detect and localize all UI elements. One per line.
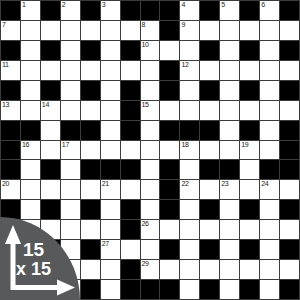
- white-cell[interactable]: [200, 260, 219, 279]
- white-cell[interactable]: [220, 280, 239, 299]
- white-cell[interactable]: [240, 101, 259, 120]
- black-cell: [280, 81, 299, 100]
- black-cell: [1, 121, 20, 140]
- white-cell[interactable]: [200, 61, 219, 80]
- white-cell[interactable]: 8: [141, 21, 160, 40]
- white-cell[interactable]: [240, 160, 259, 179]
- white-cell[interactable]: [260, 280, 279, 299]
- white-cell[interactable]: [81, 220, 100, 239]
- white-cell[interactable]: 24: [260, 180, 279, 199]
- black-cell: [160, 121, 179, 140]
- white-cell[interactable]: [260, 81, 279, 100]
- white-cell[interactable]: [101, 101, 120, 120]
- black-cell: [240, 280, 259, 299]
- black-cell: [220, 160, 239, 179]
- black-cell: [160, 280, 179, 299]
- black-cell: [200, 280, 219, 299]
- black-cell: [240, 41, 259, 60]
- black-cell: [280, 141, 299, 160]
- white-cell[interactable]: [260, 141, 279, 160]
- black-cell: [280, 200, 299, 219]
- black-cell: [160, 160, 179, 179]
- black-cell: [41, 1, 60, 20]
- black-cell: [200, 81, 219, 100]
- white-cell[interactable]: [101, 81, 120, 100]
- clue-number: 1: [22, 1, 26, 9]
- white-cell[interactable]: [101, 260, 120, 279]
- black-cell: [200, 200, 219, 219]
- black-cell: [1, 1, 20, 20]
- black-cell: [200, 121, 219, 140]
- white-cell[interactable]: 26: [141, 220, 160, 239]
- white-cell[interactable]: [41, 61, 60, 80]
- black-cell: [160, 240, 179, 259]
- white-cell[interactable]: [260, 41, 279, 60]
- clue-number: 17: [62, 141, 69, 149]
- white-cell[interactable]: 17: [61, 141, 80, 160]
- black-cell: [121, 220, 140, 239]
- black-cell: [41, 160, 60, 179]
- white-cell[interactable]: 4: [180, 1, 199, 20]
- black-cell: [121, 160, 140, 179]
- white-cell[interactable]: [180, 200, 199, 219]
- white-cell[interactable]: [180, 280, 199, 299]
- white-cell[interactable]: [180, 41, 199, 60]
- black-cell: [41, 81, 60, 100]
- black-cell: [121, 280, 140, 299]
- black-cell: [160, 21, 179, 40]
- clue-number: 22: [181, 180, 188, 188]
- white-cell[interactable]: 23: [220, 180, 239, 199]
- clue-number: 27: [102, 240, 109, 248]
- black-cell: [101, 160, 120, 179]
- white-cell[interactable]: [160, 41, 179, 60]
- black-cell: [180, 121, 199, 140]
- white-cell[interactable]: [220, 260, 239, 279]
- white-cell[interactable]: [81, 21, 100, 40]
- white-cell[interactable]: [61, 180, 80, 199]
- clue-number: 9: [181, 21, 185, 29]
- white-cell[interactable]: 16: [21, 141, 40, 160]
- white-cell[interactable]: [220, 21, 239, 40]
- white-cell[interactable]: [101, 220, 120, 239]
- black-cell: [280, 121, 299, 140]
- clue-number: 16: [22, 141, 29, 149]
- black-cell: [160, 180, 179, 199]
- white-cell[interactable]: 19: [240, 141, 259, 160]
- white-cell[interactable]: [220, 81, 239, 100]
- white-cell[interactable]: [41, 121, 60, 140]
- white-cell[interactable]: 21: [101, 180, 120, 199]
- clue-number: 14: [42, 101, 49, 109]
- white-cell[interactable]: [141, 141, 160, 160]
- white-cell[interactable]: [280, 101, 299, 120]
- black-cell: [81, 121, 100, 140]
- black-cell: [121, 101, 140, 120]
- black-cell: [280, 280, 299, 299]
- black-cell: [81, 41, 100, 60]
- white-cell[interactable]: 13: [1, 101, 20, 120]
- black-cell: [240, 240, 259, 259]
- white-cell[interactable]: [41, 21, 60, 40]
- black-cell: [81, 160, 100, 179]
- white-cell[interactable]: [101, 141, 120, 160]
- white-cell[interactable]: [61, 61, 80, 80]
- white-cell[interactable]: 6: [260, 1, 279, 20]
- black-cell: [121, 81, 140, 100]
- white-cell[interactable]: [220, 240, 239, 259]
- black-cell: [200, 240, 219, 259]
- white-cell[interactable]: [240, 220, 259, 239]
- white-cell[interactable]: [21, 180, 40, 199]
- white-cell[interactable]: [121, 141, 140, 160]
- black-cell: [280, 240, 299, 259]
- white-cell[interactable]: 1: [21, 1, 40, 20]
- white-cell[interactable]: [101, 280, 120, 299]
- white-cell[interactable]: [41, 180, 60, 199]
- white-cell[interactable]: [101, 200, 120, 219]
- black-cell: [160, 61, 179, 80]
- black-cell: [1, 41, 20, 60]
- white-cell[interactable]: [61, 101, 80, 120]
- clue-number: 11: [2, 61, 9, 69]
- white-cell[interactable]: [21, 81, 40, 100]
- white-cell[interactable]: 3: [101, 1, 120, 20]
- white-cell[interactable]: 29: [141, 260, 160, 279]
- badge-size-line2: x 15: [16, 259, 51, 280]
- white-cell[interactable]: 7: [1, 21, 20, 40]
- white-cell[interactable]: [141, 81, 160, 100]
- white-cell[interactable]: [220, 121, 239, 140]
- white-cell[interactable]: [180, 160, 199, 179]
- black-cell: [41, 41, 60, 60]
- up-arrow-icon: [5, 225, 21, 244]
- white-cell[interactable]: [240, 61, 259, 80]
- black-cell: [81, 280, 100, 299]
- white-cell[interactable]: [101, 41, 120, 60]
- white-cell[interactable]: [121, 240, 140, 259]
- clue-number: 6: [261, 1, 265, 9]
- white-cell[interactable]: 15: [141, 101, 160, 120]
- black-cell: [81, 81, 100, 100]
- white-cell[interactable]: 2: [61, 1, 80, 20]
- white-cell[interactable]: 9: [180, 21, 199, 40]
- white-cell[interactable]: [200, 220, 219, 239]
- size-badge: 15 x 15: [0, 217, 80, 300]
- black-cell: [121, 260, 140, 279]
- white-cell[interactable]: [240, 260, 259, 279]
- black-cell: [81, 240, 100, 259]
- white-cell[interactable]: 22: [180, 180, 199, 199]
- black-cell: [21, 121, 40, 140]
- white-cell[interactable]: [280, 61, 299, 80]
- white-cell[interactable]: [260, 240, 279, 259]
- white-cell[interactable]: [260, 121, 279, 140]
- white-cell[interactable]: [101, 21, 120, 40]
- clue-number: 5: [221, 1, 225, 9]
- white-cell[interactable]: [141, 180, 160, 199]
- white-cell[interactable]: [160, 101, 179, 120]
- black-cell: [81, 200, 100, 219]
- black-cell: [240, 200, 259, 219]
- white-cell[interactable]: [61, 41, 80, 60]
- black-cell: [160, 200, 179, 219]
- white-cell[interactable]: [260, 101, 279, 120]
- black-cell: [1, 81, 20, 100]
- white-cell[interactable]: [81, 101, 100, 120]
- white-cell[interactable]: [180, 220, 199, 239]
- white-cell[interactable]: [240, 180, 259, 199]
- black-cell: [160, 81, 179, 100]
- badge-size-line1: 15: [23, 239, 44, 261]
- white-cell[interactable]: [61, 160, 80, 179]
- clue-number: 29: [142, 260, 149, 268]
- black-cell: [200, 41, 219, 60]
- white-cell[interactable]: [81, 141, 100, 160]
- white-cell[interactable]: [160, 141, 179, 160]
- white-cell[interactable]: [280, 260, 299, 279]
- black-cell: [1, 141, 20, 160]
- white-cell[interactable]: 11: [1, 61, 20, 80]
- white-cell[interactable]: [180, 240, 199, 259]
- black-cell: [121, 121, 140, 140]
- white-cell[interactable]: [220, 61, 239, 80]
- clue-number: 19: [241, 141, 248, 149]
- white-cell[interactable]: [280, 180, 299, 199]
- clue-number: 12: [181, 61, 188, 69]
- black-cell: [141, 1, 160, 20]
- clue-number: 3: [102, 1, 106, 9]
- black-cell: [121, 41, 140, 60]
- clue-number: 23: [221, 180, 228, 188]
- black-cell: [121, 1, 140, 20]
- black-cell: [121, 200, 140, 219]
- white-cell[interactable]: [220, 220, 239, 239]
- white-cell[interactable]: [21, 21, 40, 40]
- white-cell[interactable]: [41, 141, 60, 160]
- white-cell[interactable]: 5: [220, 1, 239, 20]
- white-cell[interactable]: [101, 61, 120, 80]
- white-cell[interactable]: 18: [180, 141, 199, 160]
- clue-number: 20: [2, 180, 9, 188]
- white-cell[interactable]: 27: [101, 240, 120, 259]
- white-cell[interactable]: [61, 81, 80, 100]
- white-cell[interactable]: [260, 21, 279, 40]
- white-cell[interactable]: [61, 21, 80, 40]
- white-cell[interactable]: [121, 61, 140, 80]
- clue-number: 2: [62, 1, 66, 9]
- white-cell[interactable]: [141, 200, 160, 219]
- white-cell[interactable]: [81, 61, 100, 80]
- clue-number: 24: [261, 180, 268, 188]
- white-cell[interactable]: [121, 21, 140, 40]
- black-cell: [240, 81, 259, 100]
- white-cell[interactable]: 10: [141, 41, 160, 60]
- white-cell[interactable]: [141, 240, 160, 259]
- white-cell[interactable]: [180, 101, 199, 120]
- clue-number: 26: [142, 220, 149, 228]
- black-cell: [280, 160, 299, 179]
- black-cell: [141, 280, 160, 299]
- clue-number: 18: [181, 141, 188, 149]
- white-cell[interactable]: [21, 101, 40, 120]
- white-cell[interactable]: [220, 141, 239, 160]
- white-cell[interactable]: [180, 260, 199, 279]
- white-cell[interactable]: [260, 260, 279, 279]
- white-cell[interactable]: [280, 21, 299, 40]
- white-cell[interactable]: [81, 180, 100, 199]
- white-cell[interactable]: [220, 101, 239, 120]
- black-cell: [260, 160, 279, 179]
- clue-number: 8: [142, 21, 146, 29]
- black-cell: [160, 1, 179, 20]
- white-cell[interactable]: [240, 21, 259, 40]
- white-cell[interactable]: [21, 160, 40, 179]
- white-cell[interactable]: [220, 41, 239, 60]
- white-cell[interactable]: [280, 220, 299, 239]
- black-cell: [81, 1, 100, 20]
- clue-number: 13: [2, 101, 9, 109]
- white-cell[interactable]: [200, 21, 219, 40]
- black-cell: [200, 160, 219, 179]
- white-cell[interactable]: [81, 260, 100, 279]
- clue-number: 21: [102, 180, 109, 188]
- white-cell[interactable]: [121, 180, 140, 199]
- white-cell[interactable]: [200, 180, 219, 199]
- white-cell[interactable]: [21, 41, 40, 60]
- white-cell[interactable]: [260, 200, 279, 219]
- white-cell[interactable]: [101, 121, 120, 140]
- clue-number: 15: [142, 101, 149, 109]
- black-cell: [280, 1, 299, 20]
- black-cell: [240, 1, 259, 20]
- white-cell[interactable]: [220, 200, 239, 219]
- white-cell[interactable]: 20: [1, 180, 20, 199]
- clue-number: 4: [181, 1, 185, 9]
- white-cell[interactable]: [200, 101, 219, 120]
- clue-number: 10: [142, 41, 149, 49]
- black-cell: [200, 1, 219, 20]
- white-cell[interactable]: [160, 220, 179, 239]
- white-cell[interactable]: [260, 61, 279, 80]
- right-arrow-icon: [57, 280, 75, 296]
- black-cell: [1, 160, 20, 179]
- white-cell[interactable]: [141, 160, 160, 179]
- white-cell[interactable]: [21, 61, 40, 80]
- black-cell: [240, 121, 259, 140]
- white-cell[interactable]: [180, 81, 199, 100]
- white-cell[interactable]: [141, 121, 160, 140]
- black-cell: [280, 41, 299, 60]
- white-cell[interactable]: 12: [180, 61, 199, 80]
- white-cell[interactable]: [260, 220, 279, 239]
- clue-number: 7: [2, 21, 6, 29]
- white-cell[interactable]: [200, 141, 219, 160]
- white-cell[interactable]: [160, 260, 179, 279]
- white-cell[interactable]: [141, 61, 160, 80]
- white-cell[interactable]: 14: [41, 101, 60, 120]
- black-cell: [61, 121, 80, 140]
